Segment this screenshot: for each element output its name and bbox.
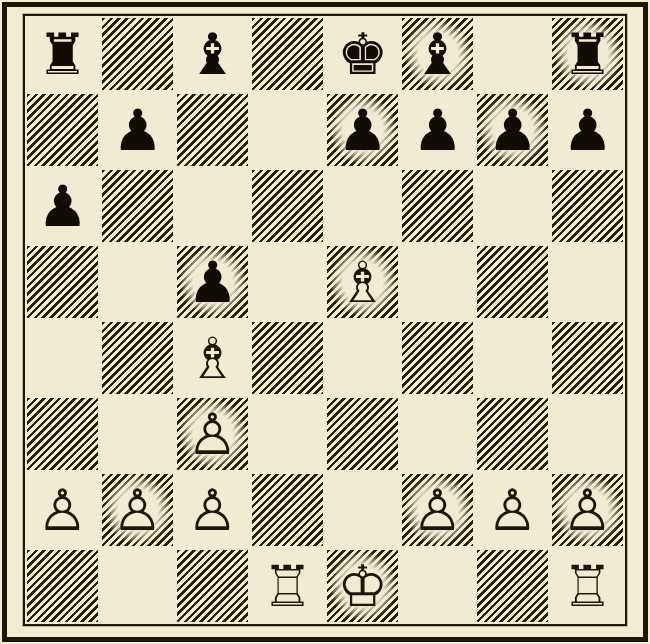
square-b8[interactable] xyxy=(100,16,175,92)
square-c1[interactable] xyxy=(175,548,250,624)
square-g5[interactable] xyxy=(475,244,550,320)
square-h2[interactable]: ♙ xyxy=(550,472,625,548)
piece-black-pawn-a6[interactable]: ♟ xyxy=(29,171,97,241)
square-a4[interactable] xyxy=(25,320,100,396)
piece-white-pawn-c2[interactable]: ♙ xyxy=(179,475,247,545)
square-f3[interactable] xyxy=(400,396,475,472)
square-h6[interactable] xyxy=(550,168,625,244)
square-g4[interactable] xyxy=(475,320,550,396)
square-h8[interactable]: ♜ xyxy=(550,16,625,92)
square-g7[interactable]: ♟ xyxy=(475,92,550,168)
book-diagram-plate: ♜♝♚♝♜♟♟♟♟♟♟♟♗♗♙♙♙♙♙♙♙♖♔♖ xyxy=(0,0,650,644)
square-d8[interactable] xyxy=(250,16,325,92)
piece-white-bishop-c4[interactable]: ♗ xyxy=(179,323,247,393)
piece-white-king-e1[interactable]: ♔ xyxy=(329,551,397,621)
square-h4[interactable] xyxy=(550,320,625,396)
piece-black-king-e8[interactable]: ♚ xyxy=(329,19,397,89)
square-d3[interactable] xyxy=(250,396,325,472)
square-a5[interactable] xyxy=(25,244,100,320)
square-a7[interactable] xyxy=(25,92,100,168)
square-f5[interactable] xyxy=(400,244,475,320)
piece-white-bishop-e5[interactable]: ♗ xyxy=(329,247,397,317)
square-d5[interactable] xyxy=(250,244,325,320)
piece-white-rook-h1[interactable]: ♖ xyxy=(554,551,622,621)
square-g1[interactable] xyxy=(475,548,550,624)
square-f8[interactable]: ♝ xyxy=(400,16,475,92)
piece-black-rook-h8[interactable]: ♜ xyxy=(554,19,622,89)
piece-black-pawn-g7[interactable]: ♟ xyxy=(479,95,547,165)
square-g2[interactable]: ♙ xyxy=(475,472,550,548)
piece-black-bishop-c8[interactable]: ♝ xyxy=(179,19,247,89)
square-d1[interactable]: ♖ xyxy=(250,548,325,624)
square-b4[interactable] xyxy=(100,320,175,396)
square-c8[interactable]: ♝ xyxy=(175,16,250,92)
square-e8[interactable]: ♚ xyxy=(325,16,400,92)
square-e1[interactable]: ♔ xyxy=(325,548,400,624)
square-d2[interactable] xyxy=(250,472,325,548)
square-b3[interactable] xyxy=(100,396,175,472)
piece-white-pawn-a2[interactable]: ♙ xyxy=(29,475,97,545)
piece-white-pawn-c3[interactable]: ♙ xyxy=(179,399,247,469)
square-h3[interactable] xyxy=(550,396,625,472)
square-g3[interactable] xyxy=(475,396,550,472)
square-f6[interactable] xyxy=(400,168,475,244)
square-f4[interactable] xyxy=(400,320,475,396)
square-f2[interactable]: ♙ xyxy=(400,472,475,548)
square-e6[interactable] xyxy=(325,168,400,244)
piece-white-pawn-h2[interactable]: ♙ xyxy=(554,475,622,545)
square-a3[interactable] xyxy=(25,396,100,472)
square-e3[interactable] xyxy=(325,396,400,472)
square-e7[interactable]: ♟ xyxy=(325,92,400,168)
square-a8[interactable]: ♜ xyxy=(25,16,100,92)
square-c2[interactable]: ♙ xyxy=(175,472,250,548)
piece-white-rook-d1[interactable]: ♖ xyxy=(254,551,322,621)
square-h5[interactable] xyxy=(550,244,625,320)
square-f1[interactable] xyxy=(400,548,475,624)
square-g8[interactable] xyxy=(475,16,550,92)
square-c3[interactable]: ♙ xyxy=(175,396,250,472)
piece-black-pawn-f7[interactable]: ♟ xyxy=(404,95,472,165)
piece-black-bishop-f8[interactable]: ♝ xyxy=(404,19,472,89)
square-a6[interactable]: ♟ xyxy=(25,168,100,244)
square-c5[interactable]: ♟ xyxy=(175,244,250,320)
piece-black-pawn-h7[interactable]: ♟ xyxy=(554,95,622,165)
square-g6[interactable] xyxy=(475,168,550,244)
square-a1[interactable] xyxy=(25,548,100,624)
square-b5[interactable] xyxy=(100,244,175,320)
piece-black-pawn-b7[interactable]: ♟ xyxy=(104,95,172,165)
piece-black-rook-a8[interactable]: ♜ xyxy=(29,19,97,89)
square-d4[interactable] xyxy=(250,320,325,396)
square-d7[interactable] xyxy=(250,92,325,168)
piece-white-pawn-f2[interactable]: ♙ xyxy=(404,475,472,545)
square-c6[interactable] xyxy=(175,168,250,244)
square-b1[interactable] xyxy=(100,548,175,624)
piece-white-pawn-b2[interactable]: ♙ xyxy=(104,475,172,545)
piece-black-pawn-c5[interactable]: ♟ xyxy=(179,247,247,317)
square-h1[interactable]: ♖ xyxy=(550,548,625,624)
square-e2[interactable] xyxy=(325,472,400,548)
square-c4[interactable]: ♗ xyxy=(175,320,250,396)
square-c7[interactable] xyxy=(175,92,250,168)
square-e5[interactable]: ♗ xyxy=(325,244,400,320)
square-h7[interactable]: ♟ xyxy=(550,92,625,168)
square-b7[interactable]: ♟ xyxy=(100,92,175,168)
square-b2[interactable]: ♙ xyxy=(100,472,175,548)
square-e4[interactable] xyxy=(325,320,400,396)
square-d6[interactable] xyxy=(250,168,325,244)
piece-black-pawn-e7[interactable]: ♟ xyxy=(329,95,397,165)
square-a2[interactable]: ♙ xyxy=(25,472,100,548)
square-f7[interactable]: ♟ xyxy=(400,92,475,168)
chess-board: ♜♝♚♝♜♟♟♟♟♟♟♟♗♗♙♙♙♙♙♙♙♖♔♖ xyxy=(23,14,627,626)
piece-white-pawn-g2[interactable]: ♙ xyxy=(479,475,547,545)
square-b6[interactable] xyxy=(100,168,175,244)
